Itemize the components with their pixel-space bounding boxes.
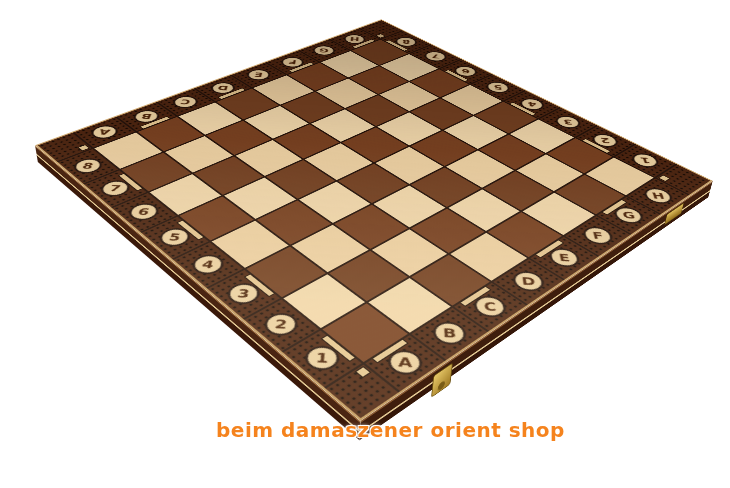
square-b4[interactable] [257,201,331,245]
watermark-caption: beim damaszener orient shop [216,418,565,442]
chess-board: ABCDEFGH8877665544332211ABCDEFGH [38,20,710,418]
square-c4[interactable] [299,182,371,223]
coord-circle-8: 8 [71,158,105,174]
square-d1[interactable] [451,233,527,281]
border-inlay-bar [601,199,628,216]
border-inlay-bar [118,173,144,191]
border-inlay-bar [321,335,357,362]
square-b3[interactable] [291,225,367,272]
square-d3[interactable] [373,185,445,227]
coord-circle-G: G [313,45,336,56]
square-b2[interactable] [329,251,408,302]
coord-circle-A: A [388,350,422,376]
coord-circle-A: A [88,125,120,139]
square-c2[interactable] [371,229,447,276]
coord-circle-4: 4 [190,254,225,275]
square-e1[interactable] [488,212,562,257]
coord-circle-E: E [548,248,581,268]
coord-circle-6: 6 [127,203,162,221]
square-a5[interactable] [180,197,254,241]
square-a7[interactable] [121,153,190,191]
square-a3[interactable] [246,247,325,297]
coord-circle-1: 1 [304,345,340,371]
coord-circle-C: C [171,95,199,108]
coord-circle-2: 2 [263,313,299,337]
coord-circle-3: 3 [225,282,261,304]
square-c1[interactable] [411,255,490,306]
coord-circle-5: 5 [486,81,510,93]
board-scene: ABCDEFGH8877665544332211ABCDEFGH [122,0,626,415]
square-a1[interactable] [323,304,408,362]
coord-circle-5: 5 [157,228,192,247]
border-inlay-bar [535,240,565,259]
coord-circle-F: F [581,226,614,245]
square-b1[interactable] [368,278,450,332]
square-d4[interactable] [338,164,407,203]
square-a4[interactable] [212,221,288,268]
coord-circle-1: 1 [630,153,660,168]
square-b6[interactable] [193,156,262,195]
border-inlay-bar [371,339,408,364]
corner-inlay-dot [77,144,90,151]
coord-circle-7: 7 [98,180,132,197]
border-inlay-bar [177,220,205,240]
coord-circle-G: G [613,206,646,224]
square-f1[interactable] [523,193,595,235]
chess-board-3d: ABCDEFGH8877665544332211ABCDEFGH [35,19,713,421]
coord-circle-C: C [474,295,508,318]
coord-circle-7: 7 [424,51,446,62]
border-inlay-bar [244,273,276,296]
square-e3[interactable] [411,167,480,206]
square-b5[interactable] [224,178,296,219]
photo-background: ABCDEFGH8877665544332211ABCDEFGH beim da… [0,0,730,488]
coord-circle-3: 3 [554,115,581,128]
coord-circle-B: B [433,321,467,345]
board-top-face: ABCDEFGH8877665544332211ABCDEFGH [35,19,713,421]
coord-circle-H: H [642,187,674,204]
border-inlay-bar [459,286,492,307]
square-g1[interactable] [555,175,624,215]
corner-inlay-dot [355,366,372,378]
square-f2[interactable] [483,171,552,210]
square-d2[interactable] [411,208,485,253]
square-a2[interactable] [283,274,365,328]
coord-circle-E: E [246,69,272,81]
coord-circle-D: D [512,271,545,292]
corner-inlay-dot [658,175,671,182]
square-c5[interactable] [266,160,335,199]
square-a6[interactable] [149,174,221,215]
square-c3[interactable] [334,205,408,249]
square-e2[interactable] [448,189,520,231]
